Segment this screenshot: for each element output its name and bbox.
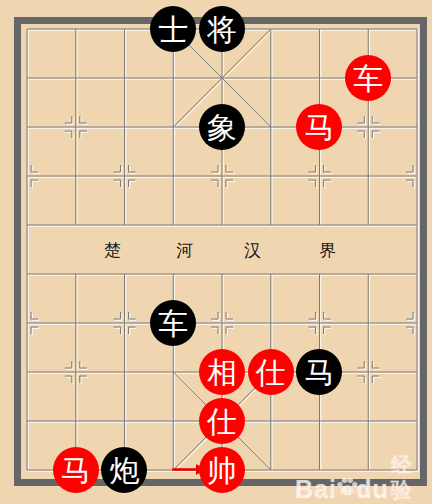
- piece-red-elephant[interactable]: 相: [199, 349, 245, 395]
- xiangqi-screenshot: 楚河汉界 士将车象马车相仕马仕马炮帅 Bai du 经验 jingyan.bai…: [0, 0, 432, 504]
- piece-black-chariot[interactable]: 车: [150, 300, 196, 346]
- piece-red-horse[interactable]: 马: [53, 447, 99, 493]
- xiangqi-board: 士将车象马车相仕马仕马炮帅: [3, 5, 432, 495]
- piece-red-advisor[interactable]: 仕: [248, 349, 294, 395]
- piece-red-chariot[interactable]: 车: [345, 55, 391, 101]
- piece-red-advisor[interactable]: 仕: [199, 398, 245, 444]
- piece-black-elephant[interactable]: 象: [199, 104, 245, 150]
- piece-black-general[interactable]: 将: [199, 6, 245, 52]
- piece-black-cannon[interactable]: 炮: [101, 447, 147, 493]
- piece-red-horse[interactable]: 马: [296, 104, 342, 150]
- piece-black-advisor[interactable]: 士: [150, 6, 196, 52]
- piece-black-horse[interactable]: 马: [296, 349, 342, 395]
- piece-red-general[interactable]: 帅: [199, 447, 245, 493]
